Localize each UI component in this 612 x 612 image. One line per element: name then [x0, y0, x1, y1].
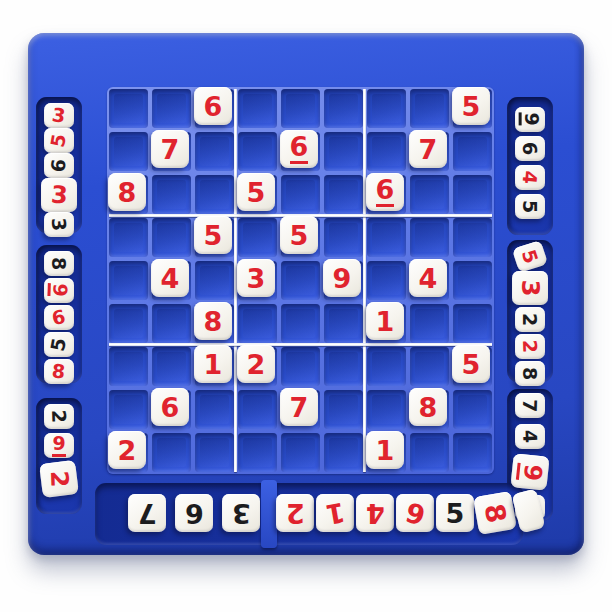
board-tile-2[interactable]: 2 [237, 345, 275, 383]
tile-digit: 4 [520, 170, 540, 185]
tile-digit: 2 [247, 351, 266, 378]
cell-r4c8[interactable] [410, 218, 449, 257]
board-tile-7[interactable]: 7 [151, 130, 189, 168]
cell-r4c4[interactable] [238, 218, 277, 257]
cell-r5c1[interactable] [109, 261, 148, 300]
cell-r6c5[interactable] [281, 304, 320, 343]
tray-tile-7[interactable]: 7 [128, 494, 166, 532]
cell-r4c9[interactable] [453, 218, 492, 257]
tray-tile-9[interactable]: 9 [44, 433, 74, 458]
tile-digit: 5 [446, 500, 465, 527]
board-tile-4[interactable]: 4 [151, 259, 189, 297]
cell-r5c5[interactable] [281, 261, 320, 300]
cell-r8c7[interactable] [367, 390, 406, 429]
tile-digit: 5 [462, 351, 481, 378]
tile-digit: 6 [185, 500, 204, 527]
tile-digit: 8 [480, 501, 510, 524]
tile-digit: 7 [138, 500, 157, 527]
cell-r9c8[interactable] [410, 433, 449, 472]
board-tile-5[interactable]: 5 [194, 216, 232, 254]
tray-tile-5[interactable]: 5 [44, 332, 74, 357]
cell-r7c2[interactable] [152, 347, 191, 386]
tile-digit: 5 [462, 93, 481, 120]
tile-digit: 9 [52, 434, 65, 456]
cell-r3c9[interactable] [453, 175, 492, 214]
tile-digit: 6 [161, 394, 180, 421]
board-tile-9[interactable]: 9 [323, 259, 361, 297]
cell-r7c7[interactable] [367, 347, 406, 386]
cell-r8c3[interactable] [195, 390, 234, 429]
cell-r1c7[interactable] [367, 89, 406, 128]
tile-digit: 7 [419, 136, 438, 163]
cell-r5c7[interactable] [367, 261, 406, 300]
cell-r3c6[interactable] [324, 175, 363, 214]
cell-r6c1[interactable] [109, 304, 148, 343]
tile-digit: 8 [49, 257, 68, 270]
cell-r8c9[interactable] [453, 390, 492, 429]
board-tile-7[interactable]: 7 [280, 388, 318, 426]
tile-digit: 9 [333, 265, 352, 292]
tile-digit: 5 [48, 336, 69, 352]
cell-r1c8[interactable] [410, 89, 449, 128]
tray-tile-3[interactable]: 3 [512, 271, 548, 305]
tile-digit: 3 [49, 217, 69, 232]
box-separator-horizontal-2 [109, 343, 492, 346]
scene: 657678565543948112567821 3563389658292 9… [0, 0, 612, 612]
tray-tile-2[interactable]: 2 [276, 494, 314, 532]
board-tile-1[interactable]: 1 [366, 302, 404, 340]
tile-digit: 3 [50, 182, 68, 207]
tray-tile-2[interactable]: 2 [39, 460, 79, 498]
tray-right-section-2: 53228 [507, 240, 553, 382]
cell-r5c9[interactable] [453, 261, 492, 300]
cell-r2c1[interactable] [109, 132, 148, 171]
board-tile-6[interactable]: 6 [280, 130, 318, 168]
cell-r7c1[interactable] [109, 347, 148, 386]
tray-left-section-2: 89658 [36, 245, 82, 383]
sudoku-board: 657678565543948112567821 3563389658292 9… [28, 33, 584, 555]
tray-tile-6[interactable]: 6 [396, 494, 434, 532]
tile-digit: 8 [520, 367, 539, 380]
cell-r7c6[interactable] [324, 347, 363, 386]
tile-digit: 4 [419, 265, 438, 292]
cell-r8c4[interactable] [238, 390, 277, 429]
cell-r8c1[interactable] [109, 390, 148, 429]
board-tile-1[interactable]: 1 [194, 345, 232, 383]
tray-left-section-3: 292 [36, 398, 82, 514]
tile-digit: 7 [161, 136, 180, 163]
cell-r2c3[interactable] [195, 132, 234, 171]
tile-digit: 2 [286, 500, 305, 527]
tray-tile-3[interactable]: 3 [44, 103, 74, 128]
cell-r5c3[interactable] [195, 261, 234, 300]
tray-tile-6[interactable]: 6 [44, 305, 74, 330]
bottom-tray-channel: 763214658 [95, 483, 523, 545]
tile-digit: 6 [290, 134, 309, 164]
board-tile-2[interactable]: 2 [108, 431, 146, 469]
tile-digit: 6 [376, 177, 395, 207]
tray-tile-8[interactable]: 8 [515, 361, 545, 386]
tray-tile-8[interactable]: 8 [473, 491, 517, 535]
tile-digit: 8 [118, 179, 137, 206]
tile-digit: 4 [366, 500, 385, 527]
tile-digit: 9 [516, 462, 544, 481]
board-tile-7[interactable]: 7 [409, 130, 447, 168]
board-tile-1[interactable]: 1 [366, 431, 404, 469]
tray-tile-5[interactable]: 5 [436, 494, 474, 532]
tile-digit: 8 [204, 308, 223, 335]
board-tile-8[interactable]: 8 [194, 302, 232, 340]
cell-r1c5[interactable] [281, 89, 320, 128]
tile-digit: 5 [519, 247, 541, 265]
board-tile-5[interactable]: 5 [280, 216, 318, 254]
tray-tile-3[interactable]: 3 [222, 494, 260, 532]
cell-r3c5[interactable] [281, 175, 320, 214]
tray-tile-6[interactable]: 6 [44, 153, 74, 178]
cell-r6c2[interactable] [152, 304, 191, 343]
tray-tile-5[interactable]: 5 [44, 128, 74, 153]
cell-r8c6[interactable] [324, 390, 363, 429]
cell-r1c1[interactable] [109, 89, 148, 128]
tray-tile-4[interactable]: 4 [515, 424, 545, 449]
cell-r9c6[interactable] [324, 433, 363, 472]
tile-digit: 3 [51, 105, 67, 126]
tile-digit: 7 [290, 394, 309, 421]
bottom-tray-divider [261, 480, 277, 548]
cell-r2c6[interactable] [324, 132, 363, 171]
tile-digit: 5 [204, 222, 223, 249]
tile-digit: 7 [520, 399, 539, 413]
tray-tile-2[interactable]: 2 [515, 307, 545, 332]
cell-r9c2[interactable] [152, 433, 191, 472]
tray-tile-5[interactable]: 5 [512, 240, 548, 273]
tray-tile-5[interactable]: 5 [515, 194, 545, 219]
tray-tile-9[interactable]: 9 [515, 107, 545, 132]
cell-r7c5[interactable] [281, 347, 320, 386]
board-tile-6[interactable]: 6 [194, 87, 232, 125]
board-tile-5[interactable]: 5 [452, 87, 490, 125]
tile-digit: 3 [518, 280, 542, 297]
box-separator-vertical-2 [363, 89, 366, 472]
board-tile-5[interactable]: 5 [452, 345, 490, 383]
tray-tile-3[interactable]: 3 [41, 178, 77, 212]
cell-r6c8[interactable] [410, 304, 449, 343]
tray-tile-6[interactable]: 6 [175, 494, 213, 532]
board-tile-8[interactable]: 8 [108, 173, 146, 211]
cell-r9c5[interactable] [281, 433, 320, 472]
tile-digit: 6 [520, 141, 540, 156]
cell-r4c1[interactable] [109, 218, 148, 257]
cell-r4c2[interactable] [152, 218, 191, 257]
cell-r3c2[interactable] [152, 175, 191, 214]
tray-left-section-1: 35633 [36, 97, 82, 233]
tile-digit: 6 [49, 158, 69, 173]
cell-r9c3[interactable] [195, 433, 234, 472]
tile-digit: 5 [290, 222, 309, 249]
board-tile-6[interactable]: 6 [366, 173, 404, 211]
cell-r9c9[interactable] [453, 433, 492, 472]
tile-digit: 3 [247, 265, 266, 292]
board-tile-8[interactable]: 8 [409, 388, 447, 426]
tray-tile-8[interactable]: 8 [44, 359, 74, 384]
tray-tile-7[interactable]: 7 [515, 393, 545, 418]
cell-r7c8[interactable] [410, 347, 449, 386]
tray-tile-8[interactable]: 8 [44, 251, 74, 276]
cell-r4c6[interactable] [324, 218, 363, 257]
cell-r9c4[interactable] [238, 433, 277, 472]
cell-r2c9[interactable] [453, 132, 492, 171]
tile-digit: 1 [376, 437, 395, 464]
tile-digit: 2 [520, 340, 539, 354]
tile-digit: 6 [204, 93, 223, 120]
tile-digit: 8 [419, 394, 438, 421]
tile-digit: 5 [520, 200, 539, 213]
tile-digit: 2 [118, 437, 137, 464]
tile-digit: 1 [204, 351, 223, 378]
tile-digit: 1 [376, 308, 395, 335]
tile-digit: 8 [51, 361, 66, 381]
cell-r1c6[interactable] [324, 89, 363, 128]
board-tile-6[interactable]: 6 [151, 388, 189, 426]
tile-digit: 9 [48, 283, 70, 297]
tile-digit: 6 [51, 307, 68, 328]
tray-tile-6[interactable]: 6 [515, 136, 545, 161]
tile-digit: 1 [323, 498, 346, 528]
tray-tile-9[interactable]: 9 [510, 453, 549, 491]
tile-digit: 5 [48, 132, 69, 148]
cell-r1c2[interactable] [152, 89, 191, 128]
board-tile-5[interactable]: 5 [237, 173, 275, 211]
cell-r3c8[interactable] [410, 175, 449, 214]
cell-r6c9[interactable] [453, 304, 492, 343]
tray-tile-9[interactable]: 9 [44, 278, 74, 303]
tile-digit: 5 [247, 179, 266, 206]
tray-tile-2[interactable]: 2 [515, 334, 545, 359]
cell-r3c3[interactable] [195, 175, 234, 214]
board-tile-3[interactable]: 3 [237, 259, 275, 297]
tray-right-section-1: 9645 [507, 97, 553, 235]
cell-r2c7[interactable] [367, 132, 406, 171]
cell-r1c4[interactable] [238, 89, 277, 128]
tray-tile-1[interactable]: 1 [316, 494, 354, 532]
cell-r6c4[interactable] [238, 304, 277, 343]
tile-digit: 2 [520, 313, 539, 326]
tile-digit: 6 [402, 498, 427, 529]
tray-tile-4[interactable]: 4 [515, 165, 545, 190]
cell-r6c6[interactable] [324, 304, 363, 343]
tile-digit: 4 [161, 265, 180, 292]
board-tile-4[interactable]: 4 [409, 259, 447, 297]
tile-digit: 2 [49, 410, 68, 424]
tile-digit: 9 [519, 113, 541, 126]
cell-r4c7[interactable] [367, 218, 406, 257]
tray-tile-2[interactable]: 2 [44, 404, 74, 429]
tile-digit: 4 [520, 430, 539, 444]
cell-r2c4[interactable] [238, 132, 277, 171]
tray-tile-3[interactable]: 3 [44, 212, 74, 237]
tile-digit: 3 [232, 500, 251, 527]
tile-digit: 2 [47, 470, 72, 488]
tray-tile-4[interactable]: 4 [356, 494, 394, 532]
